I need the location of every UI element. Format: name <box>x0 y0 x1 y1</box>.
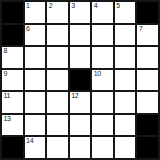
clue-number: 13 <box>4 115 11 123</box>
cell-r5c1[interactable]: 11 <box>2 92 23 113</box>
clue-number: 7 <box>139 25 143 33</box>
clue-number: 6 <box>26 25 30 33</box>
crossword-grid: 1234567891011121314 <box>0 0 160 160</box>
cell-r1c5[interactable]: 4 <box>92 2 113 23</box>
cell-r6c4[interactable] <box>70 115 91 136</box>
clue-number: 9 <box>4 70 8 78</box>
cell-r5c2[interactable] <box>25 92 46 113</box>
cell-r2c6[interactable] <box>115 25 136 46</box>
clue-number: 1 <box>26 2 30 10</box>
cell-r6c6[interactable] <box>115 115 136 136</box>
black-cell-r7c7 <box>137 137 158 158</box>
cell-r4c3[interactable] <box>47 70 68 91</box>
cell-r3c1[interactable]: 8 <box>2 47 23 68</box>
cell-r3c5[interactable] <box>92 47 113 68</box>
cell-r4c5[interactable]: 10 <box>92 70 113 91</box>
cell-r5c3[interactable] <box>47 92 68 113</box>
clue-number: 10 <box>94 70 101 78</box>
cell-r7c3[interactable] <box>47 137 68 158</box>
cell-r5c6[interactable] <box>115 92 136 113</box>
cell-r2c7[interactable]: 7 <box>137 25 158 46</box>
cell-r2c2[interactable]: 6 <box>25 25 46 46</box>
cell-r4c1[interactable]: 9 <box>2 70 23 91</box>
cell-r3c6[interactable] <box>115 47 136 68</box>
cell-r7c6[interactable] <box>115 137 136 158</box>
black-cell-r2c1 <box>2 25 23 46</box>
cell-r5c4[interactable]: 12 <box>70 92 91 113</box>
cell-r6c3[interactable] <box>47 115 68 136</box>
cell-r3c7[interactable] <box>137 47 158 68</box>
black-cell-r1c7 <box>137 2 158 23</box>
cell-r2c4[interactable] <box>70 25 91 46</box>
cell-r1c3[interactable]: 2 <box>47 2 68 23</box>
clue-number: 8 <box>4 47 8 55</box>
cell-r6c5[interactable] <box>92 115 113 136</box>
black-cell-r6c7 <box>137 115 158 136</box>
cell-r6c2[interactable] <box>25 115 46 136</box>
cell-r2c3[interactable] <box>47 25 68 46</box>
cell-r7c2[interactable]: 14 <box>25 137 46 158</box>
clue-number: 12 <box>71 92 78 100</box>
black-cell-r7c1 <box>2 137 23 158</box>
cell-r1c4[interactable]: 3 <box>70 2 91 23</box>
cell-r4c6[interactable] <box>115 70 136 91</box>
clue-number: 14 <box>26 137 33 145</box>
cell-r6c1[interactable]: 13 <box>2 115 23 136</box>
cell-r7c5[interactable] <box>92 137 113 158</box>
cell-r3c4[interactable] <box>70 47 91 68</box>
cell-r4c2[interactable] <box>25 70 46 91</box>
black-cell-r4c4 <box>70 70 91 91</box>
clue-number: 2 <box>49 2 53 10</box>
clue-number: 5 <box>116 2 120 10</box>
cell-r3c3[interactable] <box>47 47 68 68</box>
cell-r3c2[interactable] <box>25 47 46 68</box>
cell-r1c6[interactable]: 5 <box>115 2 136 23</box>
cell-r5c5[interactable] <box>92 92 113 113</box>
cell-r5c7[interactable] <box>137 92 158 113</box>
clue-number: 3 <box>71 2 75 10</box>
cell-r1c2[interactable]: 1 <box>25 2 46 23</box>
cell-r2c5[interactable] <box>92 25 113 46</box>
clue-number: 4 <box>94 2 98 10</box>
cell-r7c4[interactable] <box>70 137 91 158</box>
black-cell-r1c1 <box>2 2 23 23</box>
clue-number: 11 <box>4 92 11 100</box>
cell-r4c7[interactable] <box>137 70 158 91</box>
